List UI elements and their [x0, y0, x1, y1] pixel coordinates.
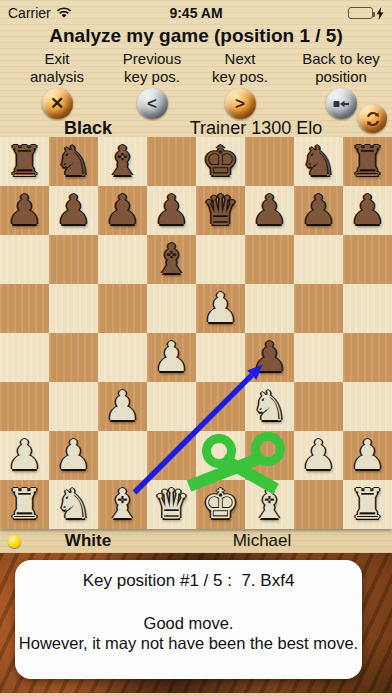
square-f6[interactable]	[245, 235, 294, 284]
next-key-pos-button[interactable]: >	[225, 88, 256, 119]
square-f3[interactable]: ♞	[245, 382, 294, 431]
top-player-bar: Black Trainer 1300 Elo	[0, 119, 392, 137]
piece-white-king[interactable]: ♚	[196, 480, 245, 529]
piece-white-pawn[interactable]: ♟	[147, 333, 196, 382]
square-h7[interactable]: ♟	[343, 186, 392, 235]
square-c8[interactable]: ♝	[98, 137, 147, 186]
square-f8[interactable]	[245, 137, 294, 186]
previous-key-pos-button[interactable]: <	[137, 88, 168, 119]
bottom-player-side: White	[65, 529, 111, 553]
square-f4[interactable]: ♟	[245, 333, 294, 382]
piece-black-bishop[interactable]: ♝	[147, 235, 196, 284]
key-position-title: Key position #1 / 5 : 7. Bxf4	[15, 571, 362, 591]
piece-white-pawn[interactable]: ♟	[343, 431, 392, 480]
square-h6[interactable]	[343, 235, 392, 284]
piece-black-knight[interactable]: ♞	[294, 137, 343, 186]
square-b2[interactable]: ♟	[49, 431, 98, 480]
square-a5[interactable]	[0, 284, 49, 333]
chess-trainer-app: { "status_bar": { "carrier": "Carrier", …	[0, 0, 392, 696]
piece-black-pawn[interactable]: ♟	[343, 186, 392, 235]
back-to-position-icon	[333, 99, 350, 109]
status-bar: Carrier 9:45 AM	[0, 0, 392, 24]
square-d6[interactable]: ♝	[147, 235, 196, 284]
square-c4[interactable]	[98, 333, 147, 382]
exit-analysis-label: Exit analysis	[30, 50, 84, 88]
analysis-panel: Key position #1 / 5 : 7. Bxf4 Good move.…	[15, 560, 362, 679]
piece-white-knight[interactable]: ♞	[245, 382, 294, 431]
square-c1[interactable]: ♝	[98, 480, 147, 529]
square-d3[interactable]	[147, 382, 196, 431]
piece-black-pawn[interactable]: ♟	[98, 186, 147, 235]
square-d2[interactable]	[147, 431, 196, 480]
square-c3[interactable]: ♟	[98, 382, 147, 431]
square-g8[interactable]: ♞	[294, 137, 343, 186]
piece-white-pawn[interactable]: ♟	[294, 431, 343, 480]
square-g5[interactable]	[294, 284, 343, 333]
analysis-comment-line1: Good move.	[15, 613, 362, 633]
piece-black-pawn[interactable]: ♟	[49, 186, 98, 235]
square-h2[interactable]: ♟	[343, 431, 392, 480]
square-c5[interactable]	[98, 284, 147, 333]
bottom-background: Key position #1 / 5 : 7. Bxf4 Good move.…	[0, 553, 392, 693]
chevron-left-icon: <	[147, 95, 157, 112]
square-d5[interactable]	[147, 284, 196, 333]
battery-icon	[348, 7, 373, 19]
square-h1[interactable]: ♜	[343, 480, 392, 529]
piece-white-rook[interactable]: ♜	[0, 480, 49, 529]
bottom-player-bar: White Michael	[0, 529, 392, 553]
piece-black-rook[interactable]: ♜	[343, 137, 392, 186]
square-b5[interactable]	[49, 284, 98, 333]
square-b1[interactable]: ♞	[49, 480, 98, 529]
back-to-key-position-button[interactable]	[326, 88, 357, 119]
clock: 9:45 AM	[0, 5, 392, 21]
square-a1[interactable]: ♜	[0, 480, 49, 529]
bottom-player-name: Michael	[233, 529, 292, 553]
piece-white-rook[interactable]: ♜	[343, 480, 392, 529]
square-f7[interactable]: ♟	[245, 186, 294, 235]
square-g6[interactable]	[294, 235, 343, 284]
square-a7[interactable]: ♟	[0, 186, 49, 235]
square-d8[interactable]	[147, 137, 196, 186]
square-e8[interactable]: ♚	[196, 137, 245, 186]
square-h5[interactable]	[343, 284, 392, 333]
chess-board: ♜♞♝♚♞♜♟♟♟♟♛♟♟♟♝♟♟♟♟♞♟♟♟♟♜♞♝♛♚♝♜	[0, 137, 392, 529]
piece-black-pawn[interactable]: ♟	[294, 186, 343, 235]
piece-white-pawn[interactable]: ♟	[0, 431, 49, 480]
square-h4[interactable]	[343, 333, 392, 382]
piece-black-bishop[interactable]: ♝	[98, 137, 147, 186]
piece-white-knight[interactable]: ♞	[49, 480, 98, 529]
square-d7[interactable]: ♟	[147, 186, 196, 235]
analysis-comment-line2: However, it may not have been the best m…	[15, 633, 362, 653]
square-f5[interactable]	[245, 284, 294, 333]
square-g3[interactable]	[294, 382, 343, 431]
toolbar: Exit analysis ✕ Previous key pos. < Next…	[0, 50, 392, 119]
back-to-key-position-label: Back to key position	[302, 50, 380, 88]
piece-white-pawn[interactable]: ♟	[196, 284, 245, 333]
piece-black-knight[interactable]: ♞	[49, 137, 98, 186]
square-g4[interactable]	[294, 333, 343, 382]
board-area: ♜♞♝♚♞♜♟♟♟♟♛♟♟♟♝♟♟♟♟♞♟♟♟♟♜♞♝♛♚♝♜	[0, 137, 392, 529]
square-e1[interactable]: ♚	[196, 480, 245, 529]
piece-white-bishop[interactable]: ♝	[98, 480, 147, 529]
square-h8[interactable]: ♜	[343, 137, 392, 186]
square-c7[interactable]: ♟	[98, 186, 147, 235]
square-a2[interactable]: ♟	[0, 431, 49, 480]
square-f1[interactable]: ♝	[245, 480, 294, 529]
square-e5[interactable]: ♟	[196, 284, 245, 333]
square-b7[interactable]: ♟	[49, 186, 98, 235]
top-player-side: Black	[64, 119, 112, 137]
square-e4[interactable]	[196, 333, 245, 382]
square-a3[interactable]	[0, 382, 49, 431]
square-g1[interactable]	[294, 480, 343, 529]
square-g2[interactable]: ♟	[294, 431, 343, 480]
page-title: Analyze my game (position 1 / 5)	[0, 24, 392, 50]
top-player-name: Trainer 1300 Elo	[190, 119, 322, 137]
square-b8[interactable]: ♞	[49, 137, 98, 186]
square-c6[interactable]	[98, 235, 147, 284]
piece-black-pawn[interactable]: ♟	[0, 186, 49, 235]
square-e6[interactable]	[196, 235, 245, 284]
piece-white-queen[interactable]: ♛	[147, 480, 196, 529]
square-b3[interactable]	[49, 382, 98, 431]
square-a8[interactable]: ♜	[0, 137, 49, 186]
exit-analysis-button[interactable]: ✕	[42, 88, 73, 119]
square-h3[interactable]	[343, 382, 392, 431]
square-b6[interactable]	[49, 235, 98, 284]
square-a6[interactable]	[0, 235, 49, 284]
piece-black-king[interactable]: ♚	[196, 137, 245, 186]
piece-black-pawn[interactable]: ♟	[147, 186, 196, 235]
square-e3[interactable]	[196, 382, 245, 431]
square-d1[interactable]: ♛	[147, 480, 196, 529]
square-c2[interactable]	[98, 431, 147, 480]
piece-black-pawn[interactable]: ♟	[245, 333, 294, 382]
piece-black-queen[interactable]: ♛	[196, 186, 245, 235]
piece-white-bishop[interactable]: ♝	[245, 480, 294, 529]
square-a4[interactable]	[0, 333, 49, 382]
previous-key-pos-label: Previous key pos.	[123, 50, 181, 88]
square-f2[interactable]	[245, 431, 294, 480]
piece-black-pawn[interactable]: ♟	[245, 186, 294, 235]
close-icon: ✕	[50, 95, 64, 112]
square-d4[interactable]: ♟	[147, 333, 196, 382]
square-e7[interactable]: ♛	[196, 186, 245, 235]
next-key-pos-label: Next key pos.	[212, 50, 268, 88]
square-g7[interactable]: ♟	[294, 186, 343, 235]
piece-white-pawn[interactable]: ♟	[49, 431, 98, 480]
chevron-right-icon: >	[235, 95, 245, 112]
piece-white-pawn[interactable]: ♟	[98, 382, 147, 431]
turn-indicator-dot	[8, 535, 21, 548]
square-b4[interactable]	[49, 333, 98, 382]
piece-black-rook[interactable]: ♜	[0, 137, 49, 186]
square-e2[interactable]	[196, 431, 245, 480]
rotate-board-button[interactable]	[358, 104, 387, 133]
rotate-icon	[364, 110, 382, 128]
